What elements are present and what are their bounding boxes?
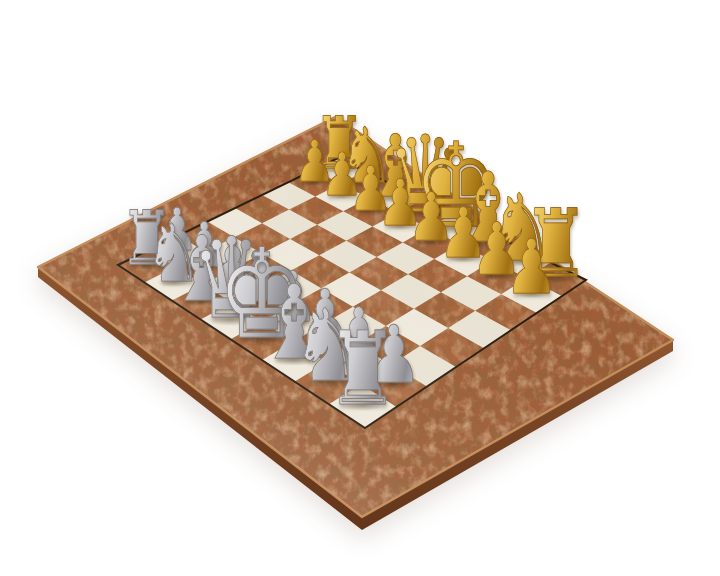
gloss-reflection — [38, 117, 673, 517]
chess-set-photo: ♜♞♝♛♚♝♞♜♟♟♟♟♟♟♟♟♟♟♟♟♟♟♟♟♜♞♝♛♚♝♞♜ Gold an… — [0, 0, 720, 576]
chess-board — [0, 0, 720, 576]
